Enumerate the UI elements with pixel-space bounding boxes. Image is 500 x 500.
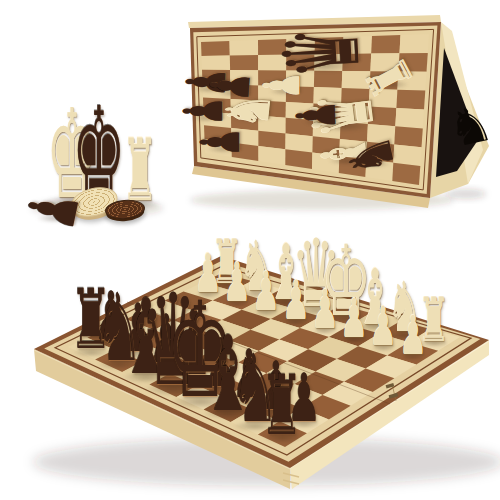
black-queen: ♛ [269, 24, 376, 81]
piece-shadow [203, 408, 252, 420]
piece-shadow [293, 58, 355, 73]
black-pawn: ♟ [204, 330, 239, 397]
piece-shadow [341, 336, 366, 342]
white-queen: ♛ [292, 228, 341, 322]
black-bishop: ♝ [201, 322, 255, 426]
black-knight: ♞ [231, 343, 280, 437]
black-rook: ♜ [261, 365, 304, 447]
piece-shadow [323, 313, 369, 324]
piece-shadow [241, 290, 273, 298]
white-rook: ♜ [418, 289, 450, 350]
piece-shadow [207, 145, 239, 153]
black-pawn: ♟ [287, 365, 322, 432]
piece-shadow [318, 119, 371, 131]
black-pawn: ♟ [203, 70, 259, 103]
piece-shadow [261, 409, 292, 416]
piece-shadow [294, 305, 338, 316]
black-queen: ♛ [140, 278, 206, 405]
piece-shadow [43, 195, 101, 209]
white-pawn: ♟ [311, 283, 339, 337]
piece-shadow [303, 118, 335, 126]
white-knight: ♞ [216, 89, 279, 132]
piece-shadow [268, 298, 304, 307]
white-pawn: ♟ [257, 72, 307, 99]
piece-shadow [120, 199, 160, 209]
white-bishop: ♝ [355, 259, 395, 336]
piece-shadow [328, 157, 365, 166]
piece-shadow [283, 319, 308, 325]
black-pawn: ♟ [231, 342, 266, 409]
white-queen: ♛ [296, 87, 389, 141]
black-knight: ♞ [338, 132, 404, 180]
black-pawn: ♟ [121, 295, 156, 362]
white-pawn: ♟ [194, 247, 222, 301]
piece-shadow [36, 214, 76, 223]
white-king: ♚ [320, 233, 371, 331]
white-bishop: ♝ [266, 234, 306, 311]
piece-shadow [269, 88, 299, 95]
piece-shadow [355, 160, 391, 168]
piece-shadow [233, 397, 264, 404]
black-pawn: ♟ [176, 319, 211, 386]
piece-shadow [144, 382, 203, 396]
black-pawn: ♟ [259, 354, 294, 421]
white-king: ♚ [46, 93, 98, 216]
piece-shadow [388, 332, 420, 340]
piece-shadow [122, 371, 171, 383]
white-pawn: ♟ [282, 274, 310, 328]
piece-shadow [312, 328, 337, 334]
piece-shadow [72, 348, 110, 357]
piece-shadow [123, 351, 154, 358]
black-pawn: ♟ [18, 185, 90, 235]
piece-shadow [233, 421, 277, 431]
white-knight: ♞ [387, 274, 423, 343]
white-pawn: ♟ [399, 309, 427, 363]
black-pawn: ♟ [194, 127, 248, 156]
dark-checker-disc [104, 198, 146, 220]
black-pawn: ♟ [290, 100, 345, 131]
piece-shadow [254, 310, 279, 316]
black-pawn: ♟ [149, 307, 184, 374]
black-bishop: ♝ [119, 285, 173, 389]
piece-shadow [288, 421, 319, 428]
piece-shadow [206, 386, 237, 393]
white-pawn: ♟ [223, 256, 251, 310]
white-bishop: ♝ [312, 133, 377, 173]
light-checker-disc [67, 183, 120, 222]
piece-shadow [195, 292, 220, 298]
piece-shadow [150, 363, 181, 370]
piece-shadow [371, 345, 396, 351]
piece-shadow [400, 354, 425, 360]
piece-shadow [224, 301, 249, 307]
black-knight: ♞ [94, 282, 143, 376]
piece-shadow [217, 89, 249, 97]
black-pawn: ♟ [177, 96, 231, 125]
pieces-layer: ♜♞♝♛♚♝♞♜♟♟♟♟♟♟♟♟♟♟♟♟♟♟♟♟♜♞♝♛♚♝♞♜♛♟♟♟♟♞♜♟… [0, 0, 500, 500]
piece-shadow [213, 282, 242, 289]
piece-shadow [178, 374, 209, 381]
piece-shadow [69, 197, 129, 211]
white-pawn: ♟ [340, 291, 368, 345]
piece-shadow [170, 394, 232, 409]
piece-shadow [232, 114, 268, 122]
white-knight: ♞ [239, 232, 275, 301]
piece-shadow [97, 359, 141, 369]
piece-shadow [193, 85, 225, 93]
white-rook: ♜ [122, 128, 158, 214]
white-pawn: ♟ [252, 265, 280, 319]
piece-shadow [375, 80, 410, 88]
black-pawn: ♟ [180, 67, 235, 98]
piece-shadow [263, 433, 301, 442]
piece-shadow [357, 323, 393, 332]
product-photo-scene: ♞ ♜♞♝♛♚♝♞♜♟♟♟♟♟♟♟♟♟♟♟♟♟♟♟♟♜♞♝♛♚♝♞♜♛♟♟♟♟♞… [0, 0, 500, 500]
piece-shadow [420, 340, 449, 347]
black-king: ♚ [72, 91, 126, 219]
white-rook: ♜ [211, 231, 243, 292]
white-pawn: ♟ [369, 300, 397, 354]
black-king: ♚ [166, 285, 234, 417]
white-rook: ♜ [357, 50, 423, 105]
black-pawn: ♟ [93, 284, 128, 351]
black-rook: ♜ [70, 280, 113, 362]
piece-shadow [190, 114, 222, 122]
piece-shadow [95, 339, 126, 346]
